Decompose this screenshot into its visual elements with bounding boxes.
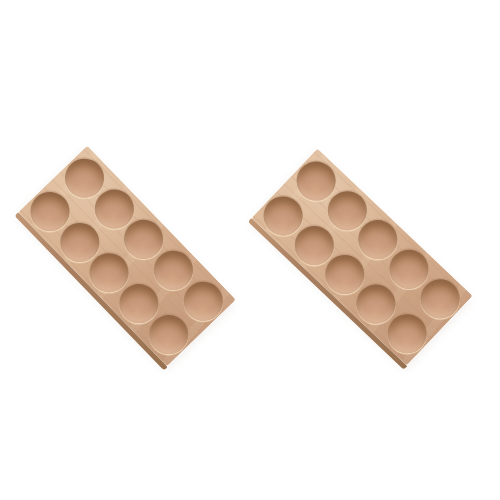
mancala-board-left — [18, 146, 236, 367]
mancala-board-right — [251, 149, 472, 366]
product-photo-canvas — [0, 0, 500, 500]
